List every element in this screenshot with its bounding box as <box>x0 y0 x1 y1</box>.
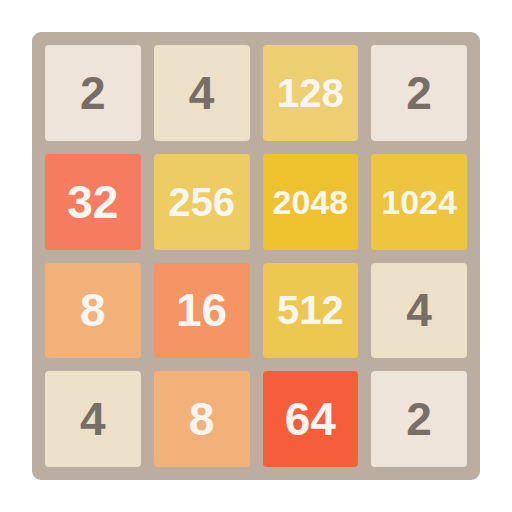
tile-r4c1: 4 <box>45 371 141 467</box>
tile-r1c2: 4 <box>154 45 250 141</box>
tile-r3c4: 4 <box>371 263 467 359</box>
tile-r2c3: 2048 <box>263 154 359 250</box>
2048-board[interactable]: 2 4 128 2 32 256 2048 1024 8 16 512 4 4 … <box>32 32 480 480</box>
tile-r3c2: 16 <box>154 263 250 359</box>
tile-r2c2: 256 <box>154 154 250 250</box>
tile-r3c3: 512 <box>263 263 359 359</box>
tile-r4c3: 64 <box>263 371 359 467</box>
tile-r3c1: 8 <box>45 263 141 359</box>
tile-r4c4: 2 <box>371 371 467 467</box>
tile-r2c4: 1024 <box>371 154 467 250</box>
page-background: 2 4 128 2 32 256 2048 1024 8 16 512 4 4 … <box>0 0 512 512</box>
tile-r4c2: 8 <box>154 371 250 467</box>
tile-r1c4: 2 <box>371 45 467 141</box>
tile-r1c3: 128 <box>263 45 359 141</box>
tile-r2c1: 32 <box>45 154 141 250</box>
tile-r1c1: 2 <box>45 45 141 141</box>
